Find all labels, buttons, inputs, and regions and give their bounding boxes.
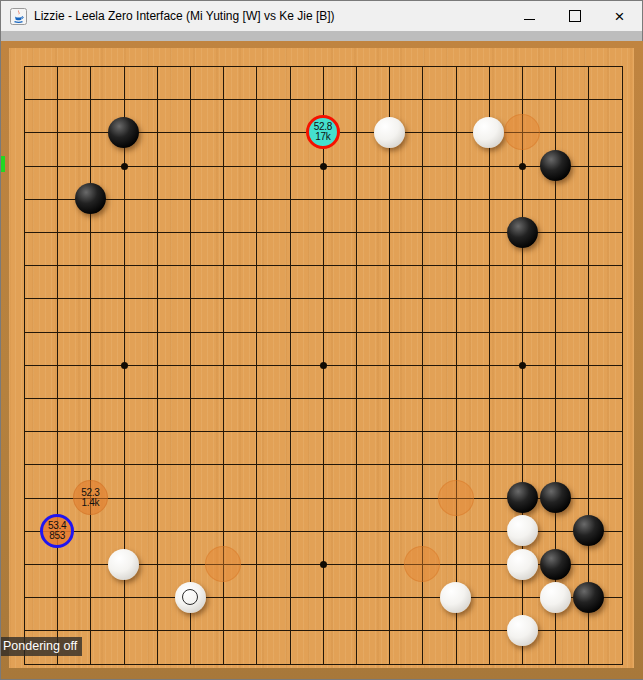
- close-button[interactable]: ×: [597, 1, 642, 31]
- suggestion-visits: 1.4k: [82, 498, 100, 508]
- suggestion-visits: 17k: [315, 132, 330, 142]
- maximize-button[interactable]: [552, 1, 597, 31]
- lizzie-window: Lizzie - Leela Zero Interface (Mi Yuting…: [0, 0, 643, 680]
- grid-line-vertical: [622, 66, 623, 665]
- pondering-status: Pondering off: [1, 637, 82, 656]
- suggestion-B5[interactable]: 53.4853: [40, 514, 74, 548]
- black-stone-C15: [75, 183, 106, 214]
- black-stone-R4: [540, 549, 571, 580]
- white-stone-M17: [374, 117, 405, 148]
- java-app-icon: [10, 8, 27, 25]
- suggestion-G4[interactable]: [205, 546, 241, 582]
- grid-line-horizontal: [24, 597, 623, 598]
- titlebar-lower-strip: [1, 31, 642, 41]
- suggestion-O6[interactable]: [438, 480, 474, 516]
- title-bar[interactable]: Lizzie - Leela Zero Interface (Mi Yuting…: [1, 1, 642, 31]
- suggestion-N4[interactable]: [404, 546, 440, 582]
- star-point: [519, 362, 526, 369]
- white-stone-R3: [540, 582, 571, 613]
- close-icon: ×: [615, 8, 625, 25]
- white-stone-O17: [473, 117, 504, 148]
- go-board[interactable]: 52.817k53.485352.31.4k Pondering off: [1, 41, 643, 679]
- star-point: [121, 362, 128, 369]
- black-stone-S3: [573, 582, 604, 613]
- suggestion-Q17[interactable]: [504, 114, 540, 150]
- left-edge-marker: [1, 156, 5, 172]
- white-stone-O3: [440, 582, 471, 613]
- white-stone-F3: [175, 582, 206, 613]
- minimize-button[interactable]: [507, 1, 552, 31]
- grid-line-vertical: [389, 66, 390, 665]
- grid-line-vertical: [588, 66, 589, 665]
- suggestion-visits: 853: [49, 531, 65, 541]
- white-stone-Q5: [507, 515, 538, 546]
- star-point: [121, 163, 128, 170]
- grid-line-horizontal: [24, 398, 623, 399]
- grid-line-vertical: [356, 66, 357, 665]
- black-stone-S5: [573, 515, 604, 546]
- black-stone-R6: [540, 482, 571, 513]
- goban-grid[interactable]: 52.817k53.485352.31.4k: [1, 41, 643, 679]
- black-stone-R16: [540, 150, 571, 181]
- black-stone-Q14: [507, 217, 538, 248]
- grid-line-horizontal: [24, 431, 623, 432]
- maximize-icon: [569, 10, 581, 22]
- grid-line-vertical: [489, 66, 490, 665]
- star-point: [320, 163, 327, 170]
- white-stone-Q2: [507, 615, 538, 646]
- black-stone-D17: [108, 117, 139, 148]
- star-point: [519, 163, 526, 170]
- white-stone-D4: [108, 549, 139, 580]
- grid-line-vertical: [456, 66, 457, 665]
- suggestion-K17[interactable]: 52.817k: [306, 115, 340, 149]
- star-point: [320, 561, 327, 568]
- star-point: [320, 362, 327, 369]
- grid-line-horizontal: [24, 664, 623, 665]
- last-move-marker: [182, 589, 198, 605]
- minimize-icon: [524, 19, 535, 20]
- caption-buttons: ×: [507, 1, 642, 31]
- window-title: Lizzie - Leela Zero Interface (Mi Yuting…: [34, 9, 335, 23]
- grid-line-horizontal: [24, 464, 623, 465]
- black-stone-Q6: [507, 482, 538, 513]
- white-stone-Q4: [507, 549, 538, 580]
- suggestion-C6[interactable]: 52.31.4k: [73, 480, 108, 515]
